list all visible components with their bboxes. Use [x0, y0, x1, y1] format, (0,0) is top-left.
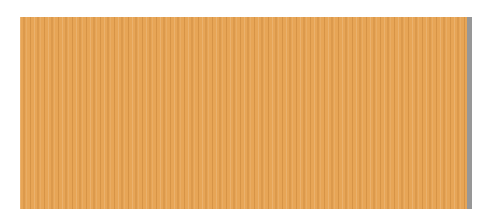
go-board[interactable] — [20, 17, 467, 209]
board-edge-shadow — [467, 17, 472, 209]
go-diagram — [0, 0, 500, 209]
